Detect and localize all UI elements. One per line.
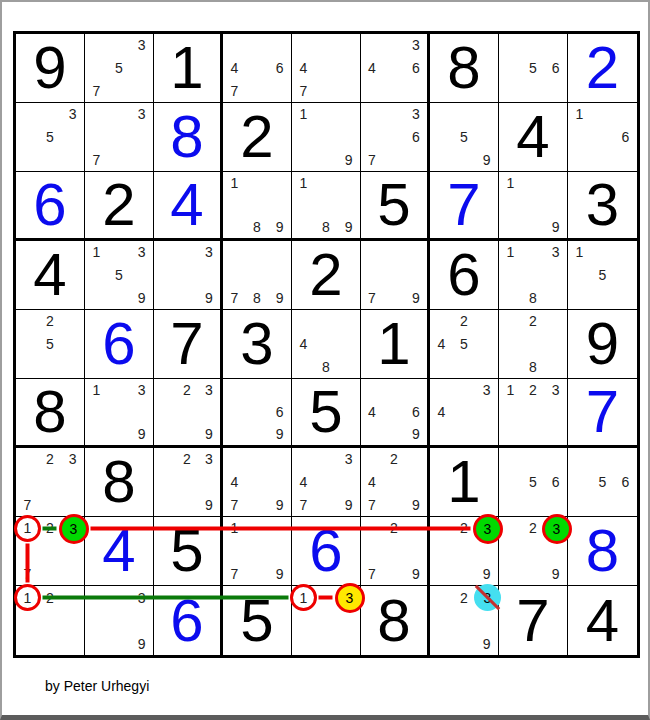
- cell-r2c6[interactable]: 367: [361, 103, 430, 172]
- candidates: 16: [568, 103, 637, 171]
- cell-r6c1[interactable]: 8: [16, 379, 85, 448]
- cell-r6c5[interactable]: 5: [292, 379, 361, 448]
- candidate-7: [568, 148, 591, 171]
- cell-r9c7[interactable]: 239: [430, 586, 499, 655]
- candidate-9: [61, 493, 84, 516]
- cell-r2c8[interactable]: 4: [499, 103, 568, 172]
- candidate-1: [499, 517, 522, 540]
- candidate-7: [568, 493, 591, 516]
- cell-r8c4[interactable]: 179: [223, 517, 292, 586]
- candidates: 39: [154, 241, 220, 309]
- candidate-4: [16, 333, 39, 356]
- cell-r3c8[interactable]: 19: [499, 172, 568, 241]
- candidate-4: [499, 471, 522, 494]
- candidate-8: [246, 79, 269, 102]
- candidate-9: [61, 148, 84, 171]
- cell-r4c4[interactable]: 789: [223, 241, 292, 310]
- candidate-1: 1: [223, 517, 246, 540]
- candidate-5: 5: [39, 126, 62, 149]
- candidate-8: [591, 493, 614, 516]
- candidate-6: [475, 333, 498, 356]
- cell-r5c9[interactable]: 9: [568, 310, 637, 379]
- candidate-3: [337, 103, 360, 126]
- candidate-5: [453, 609, 476, 632]
- candidate-5: [383, 471, 405, 494]
- candidates: 1359: [85, 241, 153, 309]
- candidate-9: 9: [405, 423, 427, 445]
- cell-r3c7[interactable]: 7: [430, 172, 499, 241]
- given-digit: 5: [361, 172, 427, 238]
- cell-r4c7[interactable]: 6: [430, 241, 499, 310]
- candidate-6: [337, 609, 360, 632]
- candidate-2: 2: [39, 310, 62, 333]
- candidate-2: [522, 172, 545, 194]
- candidate-9: 9: [268, 493, 291, 516]
- candidate-1: [223, 241, 246, 264]
- candidate-8: [176, 493, 198, 516]
- candidate-6: 6: [544, 471, 567, 494]
- candidate-4: [361, 540, 383, 563]
- cell-r7c8[interactable]: 56: [499, 448, 568, 517]
- candidate-1: 1: [568, 103, 591, 126]
- cell-r2c3[interactable]: 8: [154, 103, 223, 172]
- candidate-6: [544, 401, 567, 423]
- candidate-1: 1: [499, 241, 522, 264]
- candidate-9: [544, 286, 567, 309]
- cell-r6c7[interactable]: 34: [430, 379, 499, 448]
- candidate-3: 3: [475, 517, 498, 540]
- candidate-4: 4: [292, 333, 315, 356]
- candidate-5: [39, 540, 62, 563]
- candidate-2: [383, 241, 405, 264]
- candidate-8: 8: [522, 286, 545, 309]
- cell-r4c8[interactable]: 138: [499, 241, 568, 310]
- cell-r2c1[interactable]: 35: [16, 103, 85, 172]
- candidate-5: 5: [453, 126, 476, 149]
- candidate-3: 3: [61, 103, 84, 126]
- candidate-1: [499, 34, 522, 57]
- candidate-3: [614, 448, 637, 471]
- candidate-2: [453, 379, 476, 401]
- candidates: 39: [85, 586, 153, 655]
- candidates: 12: [16, 586, 84, 655]
- candidate-1: [16, 310, 39, 333]
- candidate-9: 9: [198, 286, 220, 309]
- given-digit: 4: [499, 103, 567, 171]
- candidate-7: [223, 423, 246, 445]
- cell-r1c3[interactable]: 1: [154, 34, 223, 103]
- cell-r9c6[interactable]: 8: [361, 586, 430, 655]
- candidate-7: [16, 632, 39, 655]
- candidate-6: [475, 401, 498, 423]
- cell-r1c1[interactable]: 9: [16, 34, 85, 103]
- candidate-4: [499, 264, 522, 287]
- candidate-1: 1: [568, 241, 591, 264]
- candidate-5: 5: [39, 333, 62, 356]
- candidate-8: [522, 216, 545, 238]
- candidate-1: 1: [292, 103, 315, 126]
- cell-r5c7[interactable]: 245: [430, 310, 499, 379]
- candidates: 189: [292, 172, 360, 238]
- candidates: 37: [85, 103, 153, 171]
- cell-r2c5[interactable]: 19: [292, 103, 361, 172]
- candidate-9: 9: [544, 562, 567, 585]
- given-digit: 4: [568, 586, 637, 655]
- cell-r4c9[interactable]: 15: [568, 241, 637, 310]
- candidate-2: [383, 103, 405, 126]
- cell-r8c8[interactable]: 239: [499, 517, 568, 586]
- candidate-5: 5: [591, 264, 614, 287]
- cell-r1c4[interactable]: 467: [223, 34, 292, 103]
- given-digit: 1: [430, 448, 498, 516]
- candidate-1: [430, 517, 453, 540]
- candidate-8: [246, 493, 269, 516]
- candidate-2: [315, 448, 338, 471]
- candidate-2: [108, 586, 131, 609]
- candidate-6: [544, 540, 567, 563]
- candidate-7: 7: [85, 148, 108, 171]
- candidate-8: [383, 562, 405, 585]
- candidate-7: [499, 355, 522, 378]
- cell-r3c3[interactable]: 4: [154, 172, 223, 241]
- candidate-4: [16, 540, 39, 563]
- candidate-8: [522, 562, 545, 585]
- candidate-6: 6: [268, 57, 291, 80]
- cell-r7c6[interactable]: 2479: [361, 448, 430, 517]
- candidate-4: [85, 401, 108, 423]
- cell-r7c9[interactable]: 56: [568, 448, 637, 517]
- cell-r4c1[interactable]: 4: [16, 241, 85, 310]
- cell-r9c9[interactable]: 4: [568, 586, 637, 655]
- candidate-1: [361, 448, 383, 471]
- candidate-9: 9: [405, 562, 427, 585]
- candidate-5: [108, 401, 131, 423]
- candidate-9: 9: [475, 148, 498, 171]
- candidate-6: [475, 540, 498, 563]
- candidate-4: [568, 264, 591, 287]
- candidate-6: [337, 471, 360, 494]
- candidate-9: [268, 79, 291, 102]
- candidate-5: 5: [108, 57, 131, 80]
- candidate-5: [522, 264, 545, 287]
- cell-r1c7[interactable]: 8: [430, 34, 499, 103]
- candidate-3: 3: [405, 34, 427, 57]
- cell-r5c8[interactable]: 28: [499, 310, 568, 379]
- given-digit: 3: [223, 310, 291, 378]
- candidate-9: [475, 355, 498, 378]
- candidate-7: 7: [16, 493, 39, 516]
- given-digit: 8: [16, 379, 84, 445]
- candidate-1: [292, 310, 315, 333]
- cell-r1c6[interactable]: 346: [361, 34, 430, 103]
- candidate-4: [16, 609, 39, 632]
- candidate-6: [475, 126, 498, 149]
- candidate-8: [108, 79, 131, 102]
- candidate-3: 3: [130, 103, 153, 126]
- candidate-6: [405, 471, 427, 494]
- cell-r2c4[interactable]: 2: [223, 103, 292, 172]
- candidate-7: [85, 632, 108, 655]
- candidate-4: [85, 57, 108, 80]
- cell-r3c9[interactable]: 3: [568, 172, 637, 241]
- candidate-1: [430, 103, 453, 126]
- candidate-6: 6: [614, 126, 637, 149]
- candidate-1: [499, 448, 522, 471]
- cell-r5c3[interactable]: 7: [154, 310, 223, 379]
- cell-r3c4[interactable]: 189: [223, 172, 292, 241]
- candidates: 789: [223, 241, 291, 309]
- candidate-4: [154, 264, 176, 287]
- candidate-3: [268, 448, 291, 471]
- cell-r8c1[interactable]: 1237: [16, 517, 85, 586]
- candidate-4: [223, 264, 246, 287]
- cell-r5c1[interactable]: 25: [16, 310, 85, 379]
- cell-r4c2[interactable]: 1359: [85, 241, 154, 310]
- candidate-1: [430, 310, 453, 333]
- candidates: 1237: [16, 517, 84, 585]
- candidates: 13: [292, 586, 360, 655]
- candidate-9: [544, 423, 567, 445]
- cell-r5c6[interactable]: 1: [361, 310, 430, 379]
- cell-r2c9[interactable]: 16: [568, 103, 637, 172]
- candidate-2: [383, 379, 405, 401]
- candidate-4: 4: [361, 471, 383, 494]
- candidate-9: [61, 562, 84, 585]
- candidate-9: 9: [130, 423, 153, 445]
- cell-r3c5[interactable]: 189: [292, 172, 361, 241]
- screenshot-frame: 9357146747346856235378219367594166241891…: [0, 0, 650, 720]
- cell-r5c5[interactable]: 48: [292, 310, 361, 379]
- candidate-9: [405, 79, 427, 102]
- cell-r3c2[interactable]: 2: [85, 172, 154, 241]
- cell-r9c5[interactable]: 13: [292, 586, 361, 655]
- cell-r8c6[interactable]: 279: [361, 517, 430, 586]
- candidate-6: [614, 264, 637, 287]
- candidate-7: [430, 148, 453, 171]
- cell-r9c4[interactable]: 5: [223, 586, 292, 655]
- given-digit: 8: [85, 448, 153, 516]
- candidate-2: [591, 241, 614, 264]
- candidate-1: [361, 241, 383, 264]
- candidate-5: [315, 194, 338, 216]
- cell-r5c4[interactable]: 3: [223, 310, 292, 379]
- candidate-3: [268, 379, 291, 401]
- candidate-8: [315, 79, 338, 102]
- cell-r3c1[interactable]: 6: [16, 172, 85, 241]
- solved-digit: 8: [568, 517, 637, 585]
- candidate-1: 1: [223, 172, 246, 194]
- solved-digit: 4: [85, 517, 153, 585]
- candidate-4: [85, 264, 108, 287]
- candidate-1: 1: [292, 586, 315, 609]
- candidate-7: [154, 286, 176, 309]
- given-digit: 2: [292, 241, 360, 309]
- candidate-1: [361, 34, 383, 57]
- candidate-7: [430, 423, 453, 445]
- cell-r6c2[interactable]: 139: [85, 379, 154, 448]
- candidate-2: [246, 34, 269, 57]
- candidate-2: 2: [522, 310, 545, 333]
- candidate-9: [544, 79, 567, 102]
- candidate-2: [591, 448, 614, 471]
- candidate-4: [223, 194, 246, 216]
- candidates: 239: [430, 517, 498, 585]
- solved-digit: 7: [568, 379, 637, 445]
- candidate-4: [499, 401, 522, 423]
- cell-r7c5[interactable]: 3479: [292, 448, 361, 517]
- candidate-3: [405, 448, 427, 471]
- candidate-5: 5: [108, 264, 131, 287]
- cell-r8c2[interactable]: 4: [85, 517, 154, 586]
- cell-r6c6[interactable]: 469: [361, 379, 430, 448]
- candidate-2: [108, 241, 131, 264]
- candidate-6: [130, 264, 153, 287]
- candidate-5: [383, 401, 405, 423]
- candidates: 179: [223, 517, 291, 585]
- cell-r6c8[interactable]: 123: [499, 379, 568, 448]
- candidate-8: [246, 562, 269, 585]
- candidate-2: [176, 241, 198, 264]
- candidate-6: [61, 540, 84, 563]
- cell-r3c6[interactable]: 5: [361, 172, 430, 241]
- candidate-5: [522, 194, 545, 216]
- candidate-7: [85, 286, 108, 309]
- candidate-7: 7: [361, 286, 383, 309]
- cell-r7c7[interactable]: 1: [430, 448, 499, 517]
- candidate-6: [130, 126, 153, 149]
- cell-r9c8[interactable]: 7: [499, 586, 568, 655]
- candidate-5: 5: [522, 57, 545, 80]
- cell-r6c9[interactable]: 7: [568, 379, 637, 448]
- cell-r6c3[interactable]: 239: [154, 379, 223, 448]
- cell-r7c4[interactable]: 479: [223, 448, 292, 517]
- candidate-5: 5: [453, 333, 476, 356]
- candidate-9: 9: [268, 423, 291, 445]
- candidate-2: 2: [39, 586, 62, 609]
- cell-r8c9[interactable]: 8: [568, 517, 637, 586]
- candidate-9: 9: [198, 493, 220, 516]
- candidate-5: [176, 264, 198, 287]
- candidate-8: 8: [246, 216, 269, 238]
- candidate-3: [405, 379, 427, 401]
- candidate-5: [39, 609, 62, 632]
- cell-r2c7[interactable]: 59: [430, 103, 499, 172]
- candidate-7: [16, 148, 39, 171]
- given-digit: 9: [568, 310, 637, 378]
- candidate-2: 2: [39, 448, 62, 471]
- candidate-8: [453, 355, 476, 378]
- candidate-7: 7: [361, 562, 383, 585]
- candidate-8: [591, 148, 614, 171]
- candidate-8: 8: [315, 216, 338, 238]
- cell-r8c3[interactable]: 5: [154, 517, 223, 586]
- candidate-7: [499, 493, 522, 516]
- cell-r9c1[interactable]: 12: [16, 586, 85, 655]
- candidate-7: [430, 632, 453, 655]
- candidate-2: 2: [522, 517, 545, 540]
- cell-r1c9[interactable]: 2: [568, 34, 637, 103]
- candidate-9: [61, 632, 84, 655]
- candidate-6: 6: [268, 401, 291, 423]
- candidates: 138: [499, 241, 567, 309]
- candidate-1: [154, 448, 176, 471]
- cell-r9c2[interactable]: 39: [85, 586, 154, 655]
- candidate-5: [522, 540, 545, 563]
- cell-r7c1[interactable]: 237: [16, 448, 85, 517]
- cell-r7c2[interactable]: 8: [85, 448, 154, 517]
- solved-digit: 6: [16, 172, 84, 238]
- cell-r9c3[interactable]: 6: [154, 586, 223, 655]
- candidate-2: [246, 379, 269, 401]
- cell-r6c4[interactable]: 69: [223, 379, 292, 448]
- candidate-9: [405, 148, 427, 171]
- candidate-6: [268, 471, 291, 494]
- candidate-5: [315, 126, 338, 149]
- candidate-9: 9: [130, 286, 153, 309]
- cell-r4c6[interactable]: 79: [361, 241, 430, 310]
- board-grid: 9357146747346856235378219367594166241891…: [16, 34, 637, 655]
- candidate-6: [544, 264, 567, 287]
- candidate-8: [591, 286, 614, 309]
- candidate-4: [154, 401, 176, 423]
- candidate-9: [614, 493, 637, 516]
- cell-r7c3[interactable]: 239: [154, 448, 223, 517]
- given-digit: 2: [85, 172, 153, 238]
- cell-r1c2[interactable]: 357: [85, 34, 154, 103]
- candidates: 19: [499, 172, 567, 238]
- candidates: 367: [361, 103, 427, 171]
- candidate-8: [39, 148, 62, 171]
- cell-r1c8[interactable]: 56: [499, 34, 568, 103]
- candidate-2: [246, 172, 269, 194]
- candidate-1: 1: [85, 241, 108, 264]
- candidate-3: [405, 241, 427, 264]
- candidate-9: 9: [475, 562, 498, 585]
- candidate-4: [223, 540, 246, 563]
- candidate-2: [453, 103, 476, 126]
- candidate-4: 4: [292, 471, 315, 494]
- cell-r2c2[interactable]: 37: [85, 103, 154, 172]
- cell-r8c5[interactable]: 6: [292, 517, 361, 586]
- candidate-6: [130, 401, 153, 423]
- candidate-5: [383, 57, 405, 80]
- cell-r1c5[interactable]: 47: [292, 34, 361, 103]
- candidate-5: [246, 57, 269, 80]
- candidates: 239: [154, 448, 220, 516]
- cell-r8c7[interactable]: 239: [430, 517, 499, 586]
- candidate-1: [430, 586, 453, 609]
- candidates: 357: [85, 34, 153, 102]
- candidate-3: [475, 103, 498, 126]
- candidate-2: [108, 34, 131, 57]
- candidate-9: [475, 423, 498, 445]
- cell-r5c2[interactable]: 6: [85, 310, 154, 379]
- candidate-4: [85, 126, 108, 149]
- solved-digit: 2: [568, 34, 637, 102]
- candidate-1: [292, 448, 315, 471]
- candidate-7: [292, 216, 315, 238]
- given-digit: 5: [292, 379, 360, 445]
- candidate-4: [361, 126, 383, 149]
- solved-digit: 6: [154, 586, 220, 655]
- candidate-2: [246, 448, 269, 471]
- candidate-2: [383, 34, 405, 57]
- cell-r4c3[interactable]: 39: [154, 241, 223, 310]
- candidate-1: [361, 517, 383, 540]
- candidate-3: [268, 34, 291, 57]
- cell-r4c5[interactable]: 2: [292, 241, 361, 310]
- candidates: 56: [499, 448, 567, 516]
